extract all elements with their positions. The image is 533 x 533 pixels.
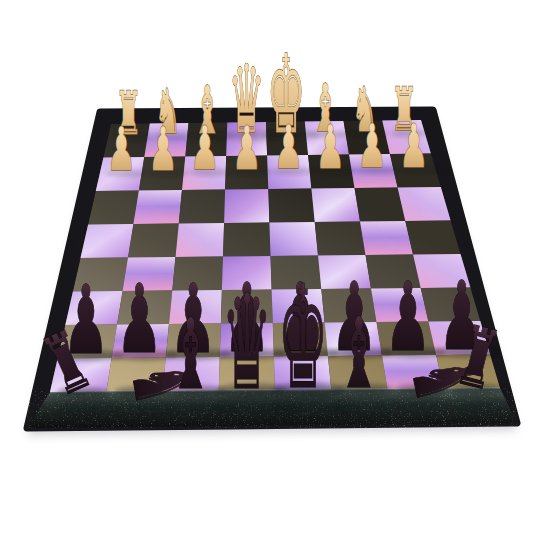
piece-black-pawn-g7: ♟ <box>384 262 431 372</box>
piece-black-king-e8: ♚ <box>277 256 328 421</box>
piece-black-bishop-c8: ♝ <box>169 298 212 411</box>
piece-black-bishop-f8: ♝ <box>337 297 380 410</box>
piece-white-pawn-c2: ♟ <box>190 114 220 183</box>
piece-white-pawn-a2: ♟ <box>107 115 137 184</box>
piece-black-pawn-b7: ♟ <box>116 264 163 374</box>
piece-white-pawn-e2: ♟ <box>274 113 304 182</box>
piece-white-pawn-d2: ♟ <box>232 113 262 182</box>
chess-board-photo: ♜♞♝♛♚♝♞♜♟♟♟♟♟♟♟♟♟♟♟♟♟♟♟♟♜♞♝♛♚♝♞♜ <box>0 0 533 533</box>
piece-white-pawn-f2: ♟ <box>315 112 345 181</box>
chess-photo-svg: ♜♞♝♛♚♝♞♜♟♟♟♟♟♟♟♟♟♟♟♟♟♟♟♟♜♞♝♛♚♝♞♜ <box>0 0 533 533</box>
piece-white-pawn-g2: ♟ <box>357 112 387 181</box>
piece-white-pawn-b2: ♟ <box>148 114 178 183</box>
piece-black-queen-d8: ♛ <box>222 265 273 418</box>
piece-white-pawn-h2: ♟ <box>399 111 429 180</box>
